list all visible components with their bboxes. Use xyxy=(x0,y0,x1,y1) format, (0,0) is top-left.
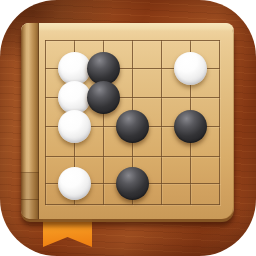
bookmark-ribbon-icon xyxy=(43,216,92,247)
black-stone-r6c4 xyxy=(116,167,149,200)
grid-line-v-1 xyxy=(45,40,46,205)
book-spine xyxy=(21,23,39,219)
spine-binding-ridge xyxy=(21,172,39,200)
go-book-app-icon[interactable] xyxy=(0,0,256,256)
grid-line-h-1 xyxy=(45,40,220,41)
black-stone-r4c6 xyxy=(174,110,207,143)
white-stone-r2c6 xyxy=(174,52,207,85)
spine-binding-ridge xyxy=(21,199,39,220)
white-stone-r6c2 xyxy=(58,167,91,200)
kifu-book-cover xyxy=(21,23,234,219)
black-stone-r3c3 xyxy=(87,81,120,114)
page-edge-band xyxy=(39,23,234,31)
grid-line-h-5 xyxy=(45,156,220,157)
white-stone-r4c2 xyxy=(58,110,91,143)
go-board-grid xyxy=(45,40,220,205)
grid-line-v-5 xyxy=(161,40,162,205)
grid-line-v-7 xyxy=(219,40,220,205)
grid-line-h-7 xyxy=(45,204,220,205)
black-stone-r4c4 xyxy=(116,110,149,143)
